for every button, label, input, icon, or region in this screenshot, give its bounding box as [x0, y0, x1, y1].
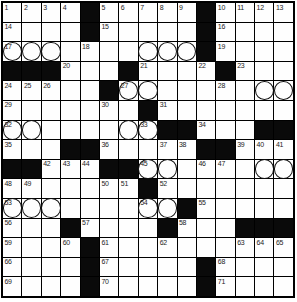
letter-cell-r12c1[interactable]: 56 — [3, 219, 21, 238]
letter-cell-r8c2[interactable] — [22, 140, 40, 159]
letter-cell-r13c12[interactable] — [216, 238, 234, 257]
clue-number: 49 — [24, 180, 31, 187]
clue-number: 17 — [5, 43, 12, 50]
letter-cell-r2c7[interactable] — [119, 23, 137, 42]
letter-cell-r5c14[interactable] — [255, 81, 273, 100]
letter-cell-r6c3[interactable] — [42, 101, 60, 120]
clue-number: 51 — [121, 180, 128, 187]
letter-cell-r5c3[interactable]: 26 — [42, 81, 60, 100]
letter-cell-r10c5[interactable] — [81, 179, 99, 198]
block-cell-r4c12 — [216, 62, 234, 81]
letter-cell-r2c6[interactable]: 15 — [100, 23, 118, 42]
clue-number: 1 — [5, 4, 9, 11]
clue-number: 22 — [198, 62, 205, 69]
clue-number: 35 — [5, 141, 12, 148]
letter-cell-r7c6[interactable] — [100, 121, 118, 140]
letter-cell-r7c12[interactable] — [216, 121, 234, 140]
clue-number: 2 — [24, 4, 28, 11]
letter-cell-r15c9[interactable] — [158, 277, 176, 296]
letter-cell-r8c15[interactable]: 41 — [274, 140, 292, 159]
letter-cell-r6c6[interactable]: 30 — [100, 101, 118, 120]
circle-marker — [41, 198, 60, 218]
block-cell-r7c14 — [255, 121, 273, 140]
letter-cell-r14c6[interactable]: 67 — [100, 258, 118, 277]
circle-marker — [274, 159, 293, 179]
letter-cell-r3c4[interactable] — [61, 42, 79, 61]
letter-cell-r5c4[interactable] — [61, 81, 79, 100]
letter-cell-r2c10[interactable] — [178, 23, 196, 42]
letter-cell-r5c11[interactable] — [197, 81, 215, 100]
letter-cell-r3c2[interactable] — [22, 42, 40, 61]
letter-cell-r6c5[interactable] — [81, 101, 99, 120]
letter-cell-r10c9[interactable]: 52 — [158, 179, 176, 198]
block-cell-r12c14 — [255, 219, 273, 238]
clue-number: 26 — [43, 82, 50, 89]
crossword-puzzle: 1234567891011121314151617181920212223242… — [0, 1, 297, 298]
clue-number: 66 — [5, 258, 12, 265]
letter-cell-r3c15[interactable] — [274, 42, 292, 61]
letter-cell-r3c3[interactable] — [42, 42, 60, 61]
letter-cell-r12c8[interactable] — [139, 219, 157, 238]
letter-cell-r12c2[interactable] — [22, 219, 40, 238]
letter-cell-r15c3[interactable] — [42, 277, 60, 296]
letter-cell-r8c13[interactable]: 39 — [236, 140, 254, 159]
clue-number: 53 — [5, 199, 12, 206]
block-cell-r9c7 — [119, 160, 137, 179]
letter-cell-r12c7[interactable] — [119, 219, 137, 238]
clue-number: 21 — [140, 62, 147, 69]
letter-cell-r2c14[interactable] — [255, 23, 273, 42]
letter-cell-r9c14[interactable] — [255, 160, 273, 179]
letter-cell-r11c14[interactable] — [255, 199, 273, 218]
letter-cell-r11c15[interactable] — [274, 199, 292, 218]
clue-number: 8 — [160, 4, 164, 11]
letter-cell-r15c1[interactable]: 69 — [3, 277, 21, 296]
letter-cell-r9c9[interactable] — [158, 160, 176, 179]
clue-number: 59 — [5, 239, 12, 246]
letter-cell-r4c13[interactable]: 23 — [236, 62, 254, 81]
letter-cell-r3c6[interactable] — [100, 42, 118, 61]
block-cell-r15c5 — [81, 277, 99, 296]
letter-cell-r10c7[interactable]: 51 — [119, 179, 137, 198]
letter-cell-r2c1[interactable]: 14 — [3, 23, 21, 42]
block-cell-r4c7 — [119, 62, 137, 81]
clue-number: 65 — [276, 239, 283, 246]
letter-cell-r4c8[interactable]: 21 — [139, 62, 157, 81]
letter-cell-r5c2[interactable]: 25 — [22, 81, 40, 100]
letter-cell-r1c14[interactable]: 12 — [255, 3, 273, 22]
letter-cell-r1c12[interactable]: 10 — [216, 3, 234, 22]
letter-cell-r11c3[interactable] — [42, 199, 60, 218]
block-cell-r2c11 — [197, 23, 215, 42]
letter-cell-r4c5[interactable] — [81, 62, 99, 81]
clue-number: 71 — [218, 278, 225, 285]
block-cell-r13c5 — [81, 238, 99, 257]
letter-cell-r1c10[interactable]: 9 — [178, 3, 196, 22]
clue-number: 23 — [237, 62, 244, 69]
clue-number: 41 — [276, 141, 283, 148]
clue-number: 58 — [179, 219, 186, 226]
letter-cell-r3c14[interactable] — [255, 42, 273, 61]
letter-cell-r14c2[interactable] — [22, 258, 40, 277]
clue-number: 52 — [160, 180, 167, 187]
letter-cell-r15c15[interactable] — [274, 277, 292, 296]
clue-number: 34 — [198, 121, 205, 128]
clue-number: 44 — [82, 160, 89, 167]
letter-cell-r3c7[interactable] — [119, 42, 137, 61]
letter-cell-r10c13[interactable] — [236, 179, 254, 198]
clue-number: 64 — [257, 239, 264, 246]
letter-cell-r9c12[interactable]: 47 — [216, 160, 234, 179]
block-cell-r1c11 — [197, 3, 215, 22]
letter-cell-r3c5[interactable]: 18 — [81, 42, 99, 61]
letter-cell-r15c4[interactable] — [61, 277, 79, 296]
letter-cell-r14c12[interactable]: 68 — [216, 258, 234, 277]
clue-number: 4 — [63, 4, 67, 11]
letter-cell-r15c7[interactable] — [119, 277, 137, 296]
letter-cell-r10c2[interactable]: 49 — [22, 179, 40, 198]
letter-cell-r6c15[interactable] — [274, 101, 292, 120]
clue-number: 10 — [218, 4, 225, 11]
letter-cell-r7c8[interactable]: 33 — [139, 121, 157, 140]
letter-cell-r14c15[interactable] — [274, 258, 292, 277]
letter-cell-r11c2[interactable] — [22, 199, 40, 218]
letter-cell-r7c5[interactable] — [81, 121, 99, 140]
letter-cell-r15c13[interactable] — [236, 277, 254, 296]
block-cell-r8c4 — [61, 140, 79, 159]
clue-number: 38 — [179, 141, 186, 148]
block-cell-r4c2 — [22, 62, 40, 81]
letter-cell-r13c2[interactable] — [22, 238, 40, 257]
letter-cell-r11c7[interactable] — [119, 199, 137, 218]
letter-cell-r9c8[interactable]: 45 — [139, 160, 157, 179]
letter-cell-r6c12[interactable] — [216, 101, 234, 120]
clue-number: 42 — [43, 160, 50, 167]
clue-number: 54 — [140, 199, 147, 206]
letter-cell-r9c10[interactable] — [178, 160, 196, 179]
letter-cell-r10c14[interactable] — [255, 179, 273, 198]
block-cell-r12c4 — [61, 219, 79, 238]
letter-cell-r11c1[interactable]: 53 — [3, 199, 21, 218]
clue-number: 63 — [237, 239, 244, 246]
letter-cell-r15c14[interactable] — [255, 277, 273, 296]
letter-cell-r14c3[interactable] — [42, 258, 60, 277]
letter-cell-r11c9[interactable] — [158, 199, 176, 218]
letter-cell-r8c1[interactable]: 35 — [3, 140, 21, 159]
letter-cell-r4c9[interactable] — [158, 62, 176, 81]
letter-cell-r9c4[interactable]: 43 — [61, 160, 79, 179]
letter-cell-r14c9[interactable] — [158, 258, 176, 277]
letter-cell-r11c11[interactable]: 55 — [197, 199, 215, 218]
letter-cell-r12c5[interactable]: 57 — [81, 219, 99, 238]
clue-number: 36 — [101, 141, 108, 148]
block-cell-r9c6 — [100, 160, 118, 179]
letter-cell-r10c11[interactable] — [197, 179, 215, 198]
letter-cell-r15c10[interactable] — [178, 277, 196, 296]
clue-number: 16 — [218, 23, 225, 30]
circle-marker — [255, 81, 274, 101]
letter-cell-r5c10[interactable] — [178, 81, 196, 100]
letter-cell-r12c6[interactable] — [100, 219, 118, 238]
letter-cell-r2c8[interactable] — [139, 23, 157, 42]
letter-cell-r8c7[interactable] — [119, 140, 137, 159]
block-cell-r12c13 — [236, 219, 254, 238]
letter-cell-r8c8[interactable] — [139, 140, 157, 159]
letter-cell-r13c7[interactable] — [119, 238, 137, 257]
letter-cell-r13c6[interactable]: 61 — [100, 238, 118, 257]
clue-number: 46 — [198, 160, 205, 167]
letter-cell-r5c13[interactable] — [236, 81, 254, 100]
letter-cell-r8c9[interactable]: 37 — [158, 140, 176, 159]
letter-cell-r11c5[interactable] — [81, 199, 99, 218]
letter-cell-r11c13[interactable] — [236, 199, 254, 218]
letter-cell-r14c13[interactable] — [236, 258, 254, 277]
letter-cell-r12c3[interactable] — [42, 219, 60, 238]
letter-cell-r1c1[interactable]: 1 — [3, 3, 21, 22]
letter-cell-r15c6[interactable]: 70 — [100, 277, 118, 296]
letter-cell-r3c9[interactable] — [158, 42, 176, 61]
letter-cell-r10c4[interactable] — [61, 179, 79, 198]
block-cell-r4c1 — [3, 62, 21, 81]
letter-cell-r2c9[interactable] — [158, 23, 176, 42]
letter-cell-r3c10[interactable] — [178, 42, 196, 61]
block-cell-r1c5 — [81, 3, 99, 22]
letter-cell-r10c3[interactable] — [42, 179, 60, 198]
block-cell-r12c15 — [274, 219, 292, 238]
letter-cell-r9c13[interactable] — [236, 160, 254, 179]
letter-cell-r13c9[interactable]: 62 — [158, 238, 176, 257]
letter-cell-r5c9[interactable] — [158, 81, 176, 100]
clue-number: 39 — [237, 141, 244, 148]
clue-number: 20 — [63, 62, 70, 69]
letter-cell-r2c13[interactable] — [236, 23, 254, 42]
letter-cell-r13c8[interactable] — [139, 238, 157, 257]
letter-cell-r2c4[interactable] — [61, 23, 79, 42]
letter-cell-r9c5[interactable]: 44 — [81, 160, 99, 179]
clue-number: 33 — [140, 121, 147, 128]
circle-marker — [177, 42, 196, 62]
letter-cell-r13c13[interactable]: 63 — [236, 238, 254, 257]
letter-cell-r4c4[interactable]: 20 — [61, 62, 79, 81]
letter-cell-r5c15[interactable] — [274, 81, 292, 100]
circle-marker — [158, 198, 177, 218]
letter-cell-r7c7[interactable] — [119, 121, 137, 140]
clue-number: 32 — [5, 121, 12, 128]
letter-cell-r9c3[interactable]: 42 — [42, 160, 60, 179]
circle-marker — [119, 120, 138, 140]
clue-number: 7 — [140, 4, 144, 11]
letter-cell-r3c13[interactable] — [236, 42, 254, 61]
clue-number: 45 — [140, 160, 147, 167]
block-cell-r5c6 — [100, 81, 118, 100]
circle-marker — [274, 81, 293, 101]
letter-cell-r13c11[interactable] — [197, 238, 215, 257]
letter-cell-r1c4[interactable]: 4 — [61, 3, 79, 22]
letter-cell-r6c4[interactable] — [61, 101, 79, 120]
letter-cell-r2c3[interactable] — [42, 23, 60, 42]
letter-cell-r15c12[interactable]: 71 — [216, 277, 234, 296]
letter-cell-r5c8[interactable] — [139, 81, 157, 100]
letter-cell-r1c8[interactable]: 7 — [139, 3, 157, 22]
circle-marker — [255, 159, 274, 179]
letter-cell-r15c2[interactable] — [22, 277, 40, 296]
block-cell-r8c5 — [81, 140, 99, 159]
clue-number: 70 — [101, 278, 108, 285]
block-cell-r3c11 — [197, 42, 215, 61]
letter-cell-r10c10[interactable] — [178, 179, 196, 198]
letter-cell-r4c14[interactable] — [255, 62, 273, 81]
letter-cell-r2c15[interactable] — [274, 23, 292, 42]
letter-cell-r11c4[interactable] — [61, 199, 79, 218]
clue-number: 37 — [160, 141, 167, 148]
letter-cell-r7c2[interactable] — [22, 121, 40, 140]
block-cell-r10c8 — [139, 179, 157, 198]
circle-marker — [41, 42, 60, 62]
letter-cell-r7c13[interactable] — [236, 121, 254, 140]
letter-cell-r6c10[interactable] — [178, 101, 196, 120]
letter-cell-r13c10[interactable] — [178, 238, 196, 257]
block-cell-r7c10 — [178, 121, 196, 140]
letter-cell-r1c13[interactable]: 11 — [236, 3, 254, 22]
letter-cell-r3c12[interactable]: 19 — [216, 42, 234, 61]
block-cell-r15c11 — [197, 277, 215, 296]
letter-cell-r4c11[interactable]: 22 — [197, 62, 215, 81]
letter-cell-r6c7[interactable] — [119, 101, 137, 120]
letter-cell-r10c12[interactable] — [216, 179, 234, 198]
clue-number: 24 — [5, 82, 12, 89]
letter-cell-r14c7[interactable] — [119, 258, 137, 277]
letter-cell-r13c4[interactable]: 60 — [61, 238, 79, 257]
letter-cell-r12c10[interactable]: 58 — [178, 219, 196, 238]
letter-cell-r6c2[interactable] — [22, 101, 40, 120]
letter-cell-r12c11[interactable] — [197, 219, 215, 238]
circle-marker — [138, 42, 157, 62]
letter-cell-r2c2[interactable] — [22, 23, 40, 42]
block-cell-r7c9 — [158, 121, 176, 140]
circle-marker — [22, 120, 41, 140]
clue-number: 68 — [218, 258, 225, 265]
crossword-board: 1234567891011121314151617181920212223242… — [1, 1, 295, 298]
clue-number: 40 — [257, 141, 264, 148]
block-cell-r7c15 — [274, 121, 292, 140]
letter-cell-r11c12[interactable] — [216, 199, 234, 218]
letter-cell-r8c10[interactable]: 38 — [178, 140, 196, 159]
letter-cell-r14c10[interactable] — [178, 258, 196, 277]
letter-cell-r9c11[interactable]: 46 — [197, 160, 215, 179]
letter-cell-r10c1[interactable]: 48 — [3, 179, 21, 198]
letter-cell-r11c6[interactable] — [100, 199, 118, 218]
letter-cell-r1c15[interactable]: 13 — [274, 3, 292, 22]
letter-cell-r6c1[interactable]: 29 — [3, 101, 21, 120]
clue-number: 57 — [82, 219, 89, 226]
letter-cell-r14c8[interactable] — [139, 258, 157, 277]
letter-cell-r5c7[interactable]: 27 — [119, 81, 137, 100]
letter-cell-r1c7[interactable]: 6 — [119, 3, 137, 22]
circle-marker — [158, 159, 177, 179]
block-cell-r6c8 — [139, 101, 157, 120]
clue-number: 9 — [179, 4, 183, 11]
letter-cell-r6c11[interactable] — [197, 101, 215, 120]
letter-cell-r1c3[interactable]: 3 — [42, 3, 60, 22]
letter-cell-r14c14[interactable] — [255, 258, 273, 277]
clue-number: 12 — [257, 4, 264, 11]
letter-cell-r3c1[interactable]: 17 — [3, 42, 21, 61]
letter-cell-r6c13[interactable] — [236, 101, 254, 120]
block-cell-r14c5 — [81, 258, 99, 277]
clue-number: 47 — [218, 160, 225, 167]
clue-number: 30 — [101, 101, 108, 108]
letter-cell-r3c8[interactable] — [139, 42, 157, 61]
letter-cell-r8c6[interactable]: 36 — [100, 140, 118, 159]
block-cell-r2c5 — [81, 23, 99, 42]
clue-number: 55 — [198, 199, 205, 206]
clue-number: 6 — [121, 4, 125, 11]
clue-number: 11 — [237, 4, 244, 11]
letter-cell-r10c15[interactable] — [274, 179, 292, 198]
letter-cell-r7c1[interactable]: 32 — [3, 121, 21, 140]
letter-cell-r7c11[interactable]: 34 — [197, 121, 215, 140]
clue-number: 27 — [121, 82, 128, 89]
letter-cell-r9c15[interactable] — [274, 160, 292, 179]
letter-cell-r1c9[interactable]: 8 — [158, 3, 176, 22]
block-cell-r8c12 — [216, 140, 234, 159]
letter-cell-r11c8[interactable]: 54 — [139, 199, 157, 218]
letter-cell-r1c2[interactable]: 2 — [22, 3, 40, 22]
clue-number: 62 — [160, 239, 167, 246]
letter-cell-r6c9[interactable]: 31 — [158, 101, 176, 120]
clue-number: 13 — [276, 4, 283, 11]
letter-cell-r5c12[interactable]: 28 — [216, 81, 234, 100]
letter-cell-r6c14[interactable] — [255, 101, 273, 120]
block-cell-r9c2 — [22, 160, 40, 179]
letter-cell-r8c3[interactable] — [42, 140, 60, 159]
letter-cell-r5c5[interactable] — [81, 81, 99, 100]
clue-number: 5 — [101, 4, 105, 11]
letter-cell-r1c6[interactable]: 5 — [100, 3, 118, 22]
letter-cell-r14c4[interactable] — [61, 258, 79, 277]
circle-marker — [22, 42, 41, 62]
letter-cell-r4c10[interactable] — [178, 62, 196, 81]
letter-cell-r4c6[interactable] — [100, 62, 118, 81]
letter-cell-r7c3[interactable] — [42, 121, 60, 140]
letter-cell-r13c3[interactable] — [42, 238, 60, 257]
circle-marker — [22, 198, 41, 218]
clue-number: 31 — [160, 101, 167, 108]
letter-cell-r4c15[interactable] — [274, 62, 292, 81]
clue-number: 14 — [5, 23, 12, 30]
block-cell-r12c9 — [158, 219, 176, 238]
letter-cell-r7c4[interactable] — [61, 121, 79, 140]
letter-cell-r13c1[interactable]: 59 — [3, 238, 21, 257]
letter-cell-r2c12[interactable]: 16 — [216, 23, 234, 42]
letter-cell-r5c1[interactable]: 24 — [3, 81, 21, 100]
block-cell-r8c11 — [197, 140, 215, 159]
letter-cell-r10c6[interactable]: 50 — [100, 179, 118, 198]
letter-cell-r15c8[interactable] — [139, 277, 157, 296]
letter-cell-r12c12[interactable] — [216, 219, 234, 238]
circle-marker — [158, 42, 177, 62]
clue-number: 67 — [101, 258, 108, 265]
clue-number: 43 — [63, 160, 70, 167]
clue-number: 50 — [101, 180, 108, 187]
letter-cell-r8c14[interactable]: 40 — [255, 140, 273, 159]
block-cell-r11c10 — [178, 199, 196, 218]
letter-cell-r13c14[interactable]: 64 — [255, 238, 273, 257]
block-cell-r9c1 — [3, 160, 21, 179]
letter-cell-r13c15[interactable]: 65 — [274, 238, 292, 257]
clue-number: 60 — [63, 239, 70, 246]
letter-cell-r14c1[interactable]: 66 — [3, 258, 21, 277]
